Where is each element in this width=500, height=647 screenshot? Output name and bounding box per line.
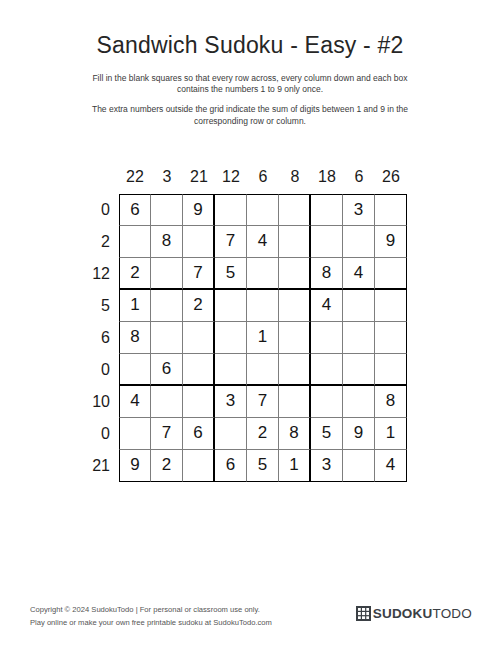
cell-r7c4: 3	[215, 386, 247, 418]
cell-r4c6[interactable]	[279, 290, 311, 322]
cell-r1c7[interactable]	[311, 194, 343, 226]
cell-r2c5: 4	[247, 226, 279, 258]
cell-r5c9[interactable]	[375, 322, 407, 354]
page-title: Sandwich Sudoku - Easy - #2	[10, 32, 490, 59]
cell-r7c1: 4	[119, 386, 151, 418]
cell-r9c9: 4	[375, 450, 407, 482]
cell-r8c8: 9	[343, 418, 375, 450]
cell-r3c9[interactable]	[375, 258, 407, 290]
cell-r1c5[interactable]	[247, 194, 279, 226]
column-clue-7: 18	[311, 164, 343, 194]
cell-r5c4[interactable]	[215, 322, 247, 354]
cell-r1c9[interactable]	[375, 194, 407, 226]
cell-r6c2: 6	[151, 354, 183, 386]
cell-r4c2[interactable]	[151, 290, 183, 322]
row-clue-2: 2	[93, 226, 119, 258]
cell-r3c8: 4	[343, 258, 375, 290]
cell-r5c8[interactable]	[343, 322, 375, 354]
cell-r1c6[interactable]	[279, 194, 311, 226]
logo-text: SUDOKUTODO	[373, 606, 472, 621]
cell-r7c5: 7	[247, 386, 279, 418]
cell-r2c2: 8	[151, 226, 183, 258]
logo-text-todo: TODO	[432, 606, 472, 621]
cell-r7c7[interactable]	[311, 386, 343, 418]
grid-logo-icon	[356, 606, 371, 621]
cell-r8c2: 7	[151, 418, 183, 450]
cell-r6c3[interactable]	[183, 354, 215, 386]
row-clue-6: 0	[93, 354, 119, 386]
cell-r4c5[interactable]	[247, 290, 279, 322]
column-clue-6: 8	[279, 164, 311, 194]
cell-r5c5: 1	[247, 322, 279, 354]
cell-r4c8[interactable]	[343, 290, 375, 322]
cell-r6c7[interactable]	[311, 354, 343, 386]
copyright-line-1: Copyright © 2024 SudokuTodo | For person…	[30, 604, 272, 617]
cell-r9c8[interactable]	[343, 450, 375, 482]
cell-r5c1: 8	[119, 322, 151, 354]
cell-r9c6: 1	[279, 450, 311, 482]
cell-r8c1[interactable]	[119, 418, 151, 450]
cell-r5c2[interactable]	[151, 322, 183, 354]
cell-r7c9: 8	[375, 386, 407, 418]
cell-r1c4[interactable]	[215, 194, 247, 226]
cell-r5c3[interactable]	[183, 322, 215, 354]
cell-r7c6[interactable]	[279, 386, 311, 418]
row-clue-3: 12	[93, 258, 119, 290]
cell-r6c6[interactable]	[279, 354, 311, 386]
column-clue-3: 21	[183, 164, 215, 194]
cell-r9c3[interactable]	[183, 450, 215, 482]
cell-r6c4[interactable]	[215, 354, 247, 386]
cell-r2c6[interactable]	[279, 226, 311, 258]
cell-r4c7: 4	[311, 290, 343, 322]
cell-r1c2[interactable]	[151, 194, 183, 226]
cell-r6c5[interactable]	[247, 354, 279, 386]
column-clue-9: 26	[375, 164, 407, 194]
cell-r6c1[interactable]	[119, 354, 151, 386]
sudokutodo-logo: SUDOKUTODO	[356, 606, 472, 621]
cell-r3c1: 2	[119, 258, 151, 290]
cell-r1c3: 9	[183, 194, 215, 226]
row-clue-7: 10	[93, 386, 119, 418]
cell-r3c6[interactable]	[279, 258, 311, 290]
footer: Copyright © 2024 SudokuTodo | For person…	[30, 604, 472, 630]
cell-r5c6[interactable]	[279, 322, 311, 354]
cell-r8c6: 8	[279, 418, 311, 450]
cell-r2c9: 9	[375, 226, 407, 258]
logo-text-sudoku: SUDOKU	[373, 606, 433, 621]
column-clue-5: 6	[247, 164, 279, 194]
cell-r1c1: 6	[119, 194, 151, 226]
cell-r2c8[interactable]	[343, 226, 375, 258]
copyright-text: Copyright © 2024 SudokuTodo | For person…	[30, 604, 272, 630]
cell-r9c2: 2	[151, 450, 183, 482]
cell-r8c3: 6	[183, 418, 215, 450]
cell-r7c3[interactable]	[183, 386, 215, 418]
board-corner-spacer	[93, 164, 119, 194]
cell-r3c5[interactable]	[247, 258, 279, 290]
sudoku-board: 2232112681862606932874912275845124681061…	[93, 164, 407, 482]
cell-r9c1: 9	[119, 450, 151, 482]
cell-r6c9[interactable]	[375, 354, 407, 386]
instructions-line-2: The extra numbers outside the grid indic…	[85, 104, 415, 126]
cell-r3c3: 7	[183, 258, 215, 290]
copyright-line-2: Play online or make your own free printa…	[30, 617, 272, 630]
column-clue-1: 22	[119, 164, 151, 194]
cell-r9c7: 3	[311, 450, 343, 482]
row-clue-5: 6	[93, 322, 119, 354]
cell-r7c2[interactable]	[151, 386, 183, 418]
cell-r5c7[interactable]	[311, 322, 343, 354]
cell-r4c4[interactable]	[215, 290, 247, 322]
column-clue-8: 6	[343, 164, 375, 194]
cell-r8c5: 2	[247, 418, 279, 450]
cell-r9c5: 5	[247, 450, 279, 482]
cell-r6c8[interactable]	[343, 354, 375, 386]
row-clue-8: 0	[93, 418, 119, 450]
cell-r2c4: 7	[215, 226, 247, 258]
cell-r2c1[interactable]	[119, 226, 151, 258]
row-clue-4: 5	[93, 290, 119, 322]
cell-r4c3: 2	[183, 290, 215, 322]
cell-r3c4: 5	[215, 258, 247, 290]
column-clue-2: 3	[151, 164, 183, 194]
cell-r2c3[interactable]	[183, 226, 215, 258]
cell-r4c9[interactable]	[375, 290, 407, 322]
cell-r8c9: 1	[375, 418, 407, 450]
column-clue-4: 12	[215, 164, 247, 194]
cell-r1c8: 3	[343, 194, 375, 226]
cell-r3c7: 8	[311, 258, 343, 290]
cell-r7c8[interactable]	[343, 386, 375, 418]
cell-r2c7[interactable]	[311, 226, 343, 258]
cell-r3c2[interactable]	[151, 258, 183, 290]
cell-r4c1: 1	[119, 290, 151, 322]
cell-r8c4[interactable]	[215, 418, 247, 450]
row-clue-9: 21	[93, 450, 119, 482]
cell-r8c7: 5	[311, 418, 343, 450]
cell-r9c4: 6	[215, 450, 247, 482]
instructions-line-1: Fill in the blank squares so that every …	[85, 73, 415, 95]
row-clue-1: 0	[93, 194, 119, 226]
